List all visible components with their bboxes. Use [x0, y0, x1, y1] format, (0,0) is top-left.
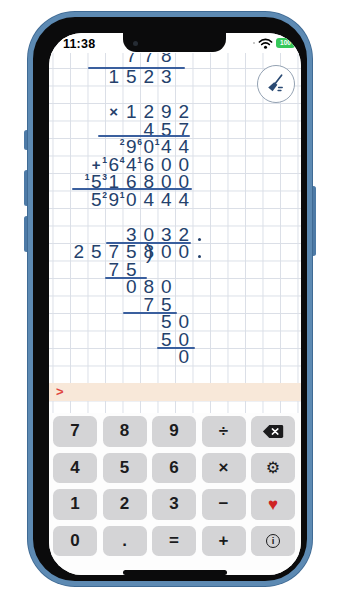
- backspace-icon: [262, 424, 284, 439]
- carry-digit: 1: [83, 172, 92, 182]
- worksheet-digit: 5: [123, 68, 141, 86]
- notch: [123, 33, 226, 52]
- carry-digit: 2: [100, 190, 109, 200]
- carry-digit: 3: [100, 172, 109, 182]
- div-sub-line-1: [105, 277, 147, 279]
- worksheet-digit: 4: [140, 191, 158, 209]
- worksheet-digit: 4: [175, 138, 193, 156]
- key-1[interactable]: 1: [53, 489, 97, 520]
- worksheet-digit: 4: [175, 191, 193, 209]
- worksheet-digit: 5: [158, 331, 176, 349]
- key-8[interactable]: 8: [103, 416, 147, 447]
- worksheet-digit: 0: [175, 243, 193, 261]
- key-favorite[interactable]: ♥: [251, 489, 295, 520]
- key-settings[interactable]: ⚙: [251, 453, 295, 484]
- key-9[interactable]: 9: [152, 416, 196, 447]
- carry-digit: 1: [135, 155, 144, 165]
- worksheet-digit: 2: [140, 103, 158, 121]
- worksheet-digit: 1: [123, 103, 141, 121]
- worksheet-digit: 0: [158, 243, 176, 261]
- battery-icon: 100: [276, 38, 295, 49]
- worksheet-digit: 0: [175, 313, 193, 331]
- key-7[interactable]: 7: [53, 416, 97, 447]
- worksheet-digit: 7: [123, 53, 141, 64]
- mult-line-2: [72, 188, 192, 190]
- heart-icon: ♥: [268, 496, 278, 513]
- key-dot[interactable]: .: [103, 526, 147, 557]
- key-3[interactable]: 3: [152, 489, 196, 520]
- worksheet-digit: 5: [158, 313, 176, 331]
- clear-board-button[interactable]: [257, 65, 295, 103]
- info-icon: i: [266, 534, 281, 549]
- phone-frame: 11:38 100: [28, 12, 312, 586]
- carry-digit: 4: [118, 155, 127, 165]
- key-backspace[interactable]: [251, 416, 295, 447]
- worksheet-digit: 3: [158, 68, 176, 86]
- key-multiply[interactable]: ×: [202, 453, 246, 484]
- worksheet-digit: 2: [175, 103, 193, 121]
- prompt-symbol: >: [56, 383, 64, 401]
- carry-digit: 6: [135, 137, 144, 147]
- division-bracket: ): [142, 242, 157, 262]
- carry-digit: 2: [118, 137, 127, 147]
- broom-icon: [264, 72, 288, 96]
- worksheet-digit: 5: [88, 243, 106, 261]
- status-dot: [253, 42, 255, 44]
- worksheet-digit: 5: [123, 243, 141, 261]
- worksheet-digit: 7: [105, 261, 123, 279]
- decimal-point: [198, 255, 201, 258]
- key-minus[interactable]: −: [202, 489, 246, 520]
- key-plus[interactable]: +: [202, 526, 246, 557]
- key-6[interactable]: 6: [152, 453, 196, 484]
- home-indicator[interactable]: [123, 570, 227, 575]
- wifi-icon: [258, 38, 273, 49]
- worksheet-digit: 0: [158, 278, 176, 296]
- gear-icon: ⚙: [266, 460, 280, 476]
- worksheet-digit: 8: [158, 53, 176, 64]
- key-divide[interactable]: ÷: [202, 416, 246, 447]
- div-sub-line-3: [157, 347, 195, 349]
- operator-sign: ×: [105, 103, 123, 121]
- worksheet-digit: 8: [140, 278, 158, 296]
- addition-sum-line: [88, 67, 185, 69]
- worksheet-digit: 2: [140, 68, 158, 86]
- keypad: 789÷456×⚙123−♥0.=+i: [49, 413, 301, 575]
- worksheet-digit: 0: [123, 278, 141, 296]
- status-time: 11:38: [63, 37, 95, 51]
- app-screen: 11:38 100: [49, 33, 301, 575]
- worksheet[interactable]: 7781523×12924579206414+61446100511368005…: [49, 53, 301, 413]
- key-5[interactable]: 5: [103, 453, 147, 484]
- mult-line-1: [98, 135, 190, 137]
- input-prompt-row[interactable]: >: [49, 383, 301, 401]
- key-0[interactable]: 0: [53, 526, 97, 557]
- worksheet-digit: 4: [158, 191, 176, 209]
- worksheet-digit: 9: [158, 103, 176, 121]
- carry-digit: 1: [153, 137, 162, 147]
- worksheet-digit: 2: [70, 243, 88, 261]
- decimal-point: [198, 238, 201, 241]
- carry-digit: 1: [118, 190, 127, 200]
- key-4[interactable]: 4: [53, 453, 97, 484]
- key-info[interactable]: i: [251, 526, 295, 557]
- camera-dot: [133, 41, 138, 46]
- key-equals[interactable]: =: [152, 526, 196, 557]
- worksheet-digit: 7: [140, 53, 158, 64]
- worksheet-digit: 1: [105, 68, 123, 86]
- worksheet-digit: 0: [175, 348, 193, 366]
- screenshot-stage: 11:38 100: [0, 0, 340, 604]
- status-tray: 100: [253, 37, 295, 49]
- worksheet-digit: 7: [140, 296, 158, 314]
- div-sub-line-2: [123, 312, 177, 314]
- carry-digit: 1: [100, 155, 109, 165]
- worksheet-digit: 7: [105, 243, 123, 261]
- key-2[interactable]: 2: [103, 489, 147, 520]
